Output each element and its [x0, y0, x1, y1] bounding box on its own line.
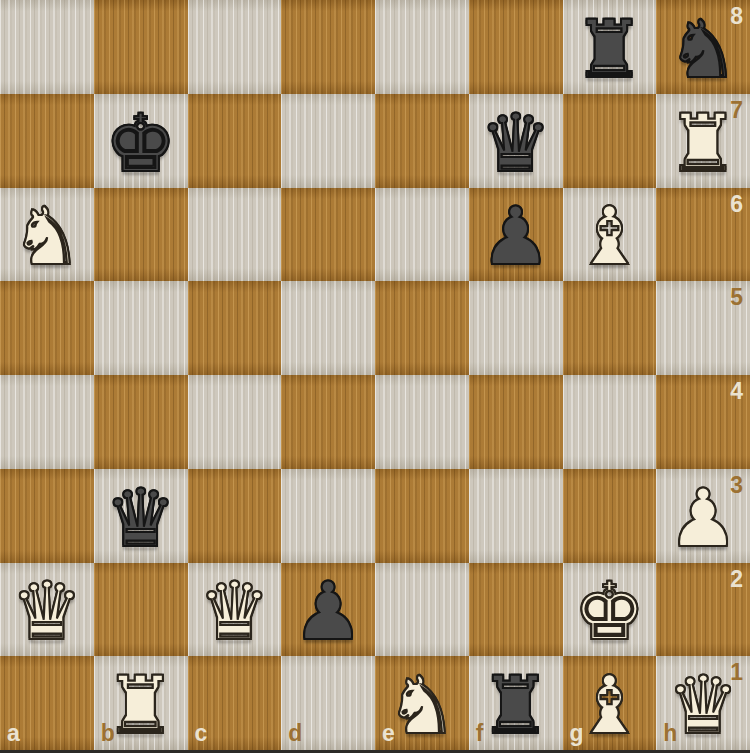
- piece-black-rook[interactable]: ♜: [563, 3, 657, 94]
- piece-black-king[interactable]: ♚: [94, 97, 188, 188]
- square-c8[interactable]: [188, 0, 282, 94]
- square-h2[interactable]: 2: [656, 563, 750, 657]
- piece-black-pawn[interactable]: ♟: [281, 566, 375, 657]
- square-b6[interactable]: [94, 188, 188, 282]
- chess-board: ♜8♞♚♛7♜♞♟♝654♛3♟♛♛♟♚2ab♜cde♞f♜g♝1h♛: [0, 0, 750, 750]
- rank-label-4: 4: [730, 380, 743, 403]
- file-label-a: a: [7, 722, 20, 745]
- square-e8[interactable]: [375, 0, 469, 94]
- square-h8[interactable]: 8♞: [656, 0, 750, 94]
- square-a8[interactable]: [0, 0, 94, 94]
- square-f5[interactable]: [469, 281, 563, 375]
- rank-label-8: 8: [730, 5, 743, 28]
- square-e7[interactable]: [375, 94, 469, 188]
- square-h4[interactable]: 4: [656, 375, 750, 469]
- file-label-h: h: [663, 722, 677, 745]
- square-g4[interactable]: [563, 375, 657, 469]
- rank-label-1: 1: [730, 661, 743, 684]
- file-label-e: e: [382, 722, 395, 745]
- square-f4[interactable]: [469, 375, 563, 469]
- file-label-c: c: [195, 722, 208, 745]
- square-g7[interactable]: [563, 94, 657, 188]
- square-d1[interactable]: d: [281, 656, 375, 750]
- square-d4[interactable]: [281, 375, 375, 469]
- square-h1[interactable]: 1h♛: [656, 656, 750, 750]
- square-b7[interactable]: ♚: [94, 94, 188, 188]
- square-b8[interactable]: [94, 0, 188, 94]
- square-g3[interactable]: [563, 469, 657, 563]
- square-c5[interactable]: [188, 281, 282, 375]
- file-label-b: b: [101, 722, 115, 745]
- square-g2[interactable]: ♚: [563, 563, 657, 657]
- square-d8[interactable]: [281, 0, 375, 94]
- square-b3[interactable]: ♛: [94, 469, 188, 563]
- square-c2[interactable]: ♛: [188, 563, 282, 657]
- piece-black-queen[interactable]: ♛: [94, 472, 188, 563]
- square-d3[interactable]: [281, 469, 375, 563]
- piece-white-queen[interactable]: ♛: [188, 566, 282, 657]
- rank-label-6: 6: [730, 193, 743, 216]
- square-f2[interactable]: [469, 563, 563, 657]
- piece-black-pawn[interactable]: ♟: [469, 191, 563, 282]
- square-f8[interactable]: [469, 0, 563, 94]
- square-d2[interactable]: ♟: [281, 563, 375, 657]
- square-a4[interactable]: [0, 375, 94, 469]
- square-f3[interactable]: [469, 469, 563, 563]
- file-label-g: g: [570, 722, 584, 745]
- square-e4[interactable]: [375, 375, 469, 469]
- square-a6[interactable]: ♞: [0, 188, 94, 282]
- square-e1[interactable]: e♞: [375, 656, 469, 750]
- square-b2[interactable]: [94, 563, 188, 657]
- square-a5[interactable]: [0, 281, 94, 375]
- rank-label-2: 2: [730, 568, 743, 591]
- square-c3[interactable]: [188, 469, 282, 563]
- square-d7[interactable]: [281, 94, 375, 188]
- square-e5[interactable]: [375, 281, 469, 375]
- square-e2[interactable]: [375, 563, 469, 657]
- file-label-f: f: [476, 722, 484, 745]
- file-label-d: d: [288, 722, 302, 745]
- square-d6[interactable]: [281, 188, 375, 282]
- square-g1[interactable]: g♝: [563, 656, 657, 750]
- square-c6[interactable]: [188, 188, 282, 282]
- square-h5[interactable]: 5: [656, 281, 750, 375]
- rank-label-5: 5: [730, 286, 743, 309]
- square-c7[interactable]: [188, 94, 282, 188]
- square-e3[interactable]: [375, 469, 469, 563]
- square-a2[interactable]: ♛: [0, 563, 94, 657]
- square-h7[interactable]: 7♜: [656, 94, 750, 188]
- square-g5[interactable]: [563, 281, 657, 375]
- square-g6[interactable]: ♝: [563, 188, 657, 282]
- square-f6[interactable]: ♟: [469, 188, 563, 282]
- square-a1[interactable]: a: [0, 656, 94, 750]
- square-f7[interactable]: ♛: [469, 94, 563, 188]
- square-e6[interactable]: [375, 188, 469, 282]
- square-g8[interactable]: ♜: [563, 0, 657, 94]
- rank-label-7: 7: [730, 99, 743, 122]
- square-f1[interactable]: f♜: [469, 656, 563, 750]
- rank-label-3: 3: [730, 474, 743, 497]
- square-a7[interactable]: [0, 94, 94, 188]
- piece-white-queen[interactable]: ♛: [0, 566, 94, 657]
- square-c4[interactable]: [188, 375, 282, 469]
- square-d5[interactable]: [281, 281, 375, 375]
- square-b4[interactable]: [94, 375, 188, 469]
- square-b5[interactable]: [94, 281, 188, 375]
- square-h3[interactable]: 3♟: [656, 469, 750, 563]
- piece-white-knight[interactable]: ♞: [0, 191, 94, 282]
- piece-white-king[interactable]: ♚: [563, 566, 657, 657]
- square-a3[interactable]: [0, 469, 94, 563]
- piece-black-queen[interactable]: ♛: [469, 97, 563, 188]
- square-h6[interactable]: 6: [656, 188, 750, 282]
- square-c1[interactable]: c: [188, 656, 282, 750]
- piece-white-bishop[interactable]: ♝: [563, 191, 657, 282]
- square-b1[interactable]: b♜: [94, 656, 188, 750]
